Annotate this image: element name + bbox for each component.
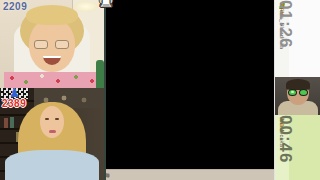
player-face [40,106,64,138]
player-bangs [26,5,78,25]
player-lips [49,130,56,133]
ceiling-light [74,1,98,12]
white-player-clock: 00:46 [275,115,295,163]
glasses-left-lens [34,40,48,49]
blue-top [5,150,99,180]
green-sunglasses-icon [288,89,308,96]
green-bottle [96,60,104,88]
white-player-panel: ● WGM Pandochka 00:46 [275,115,320,180]
file-coordinates: abcdefgh [106,169,274,180]
black-player-panel: WFM Chess_Blondinka 01:26 [275,0,320,77]
white-player-rating: 2389 [2,98,26,109]
chess-board[interactable]: ♜♜♚♟♝♞♛♟♟♟♟♟♟♝♟♟♞♝♝♟♟♛♟♚♜♜ [106,0,274,169]
piece-white-rook[interactable]: ♜ [98,0,114,11]
webcam-white-player: ♟ 2389 [0,88,104,180]
stream-frame: 2209 ♟ 2389 ♜♜♚♟♝♞♛♟♟♟♟♟♟♝♟♟♞♝♝♟♟♛♟♚♜♜ a… [0,0,320,180]
player-eye [45,118,49,120]
book-spine [4,118,8,128]
opponent-avatar-photo [275,77,320,115]
book-spine [10,117,14,128]
floral-blouse [4,72,100,88]
game-sidebar: WFM Chess_Blondinka 01:26 ● WGM Pandochk… [274,0,320,180]
coord-h: h [106,170,109,180]
glasses-right-lens [55,40,69,49]
player-eye [55,118,59,120]
black-player-clock: 01:26 [275,0,295,48]
black-player-rating: 2209 [3,1,27,12]
webcam-black-player: 2209 [0,0,104,88]
